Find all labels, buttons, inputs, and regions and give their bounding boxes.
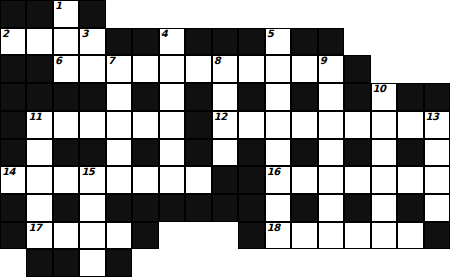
cell-r4c12[interactable]: [318, 111, 344, 139]
black-cell-r8c16: [424, 222, 450, 250]
cell-r6c2[interactable]: [53, 166, 79, 194]
clue-number-15: 15: [81, 166, 94, 178]
outside-area-r1c13: [344, 28, 370, 56]
black-cell-r1c5: [132, 28, 158, 56]
cell-r8c11[interactable]: [291, 222, 317, 250]
black-cell-r1c4: [106, 28, 132, 56]
cell-r8c14[interactable]: [371, 222, 397, 250]
cell-r8c4[interactable]: [106, 222, 132, 250]
cell-r1c10[interactable]: 5: [265, 28, 291, 56]
outside-area-r0c11: [291, 0, 317, 28]
outside-area-r0c5: [132, 0, 158, 28]
cell-r8c3[interactable]: [79, 222, 105, 250]
black-cell-r4c7: [185, 111, 211, 139]
cell-r1c3[interactable]: 3: [79, 28, 105, 56]
black-cell-r8c5: [132, 222, 158, 250]
black-cell-r5c11: [291, 139, 317, 167]
cell-r5c8[interactable]: [212, 139, 238, 167]
cell-r7c1[interactable]: [26, 194, 52, 222]
black-cell-r5c7: [185, 139, 211, 167]
outside-area-r9c5: [132, 249, 158, 277]
cell-r5c16[interactable]: [424, 139, 450, 167]
black-cell-r3c3: [79, 83, 105, 111]
outside-area-r9c7: [185, 249, 211, 277]
cell-r5c10[interactable]: [265, 139, 291, 167]
cell-r0c2[interactable]: 1: [53, 0, 79, 28]
cell-r6c10[interactable]: 16: [265, 166, 291, 194]
cell-r2c12[interactable]: 9: [318, 55, 344, 83]
cell-r3c14[interactable]: 10: [371, 83, 397, 111]
cell-r3c4[interactable]: [106, 83, 132, 111]
outside-area-r0c10: [265, 0, 291, 28]
clue-number-4: 4: [161, 28, 167, 40]
cell-r2c2[interactable]: 6: [53, 55, 79, 83]
clue-number-17: 17: [28, 222, 41, 234]
clue-number-6: 6: [55, 55, 61, 67]
cell-r9c3[interactable]: [79, 249, 105, 277]
cell-r4c13[interactable]: [344, 111, 370, 139]
cell-r5c6[interactable]: [159, 139, 185, 167]
black-cell-r5c9: [238, 139, 264, 167]
black-cell-r9c2: [53, 249, 79, 277]
outside-area-r0c14: [371, 0, 397, 28]
black-cell-r3c9: [238, 83, 264, 111]
black-cell-r5c5: [132, 139, 158, 167]
black-cell-r8c9: [238, 222, 264, 250]
cell-r5c4[interactable]: [106, 139, 132, 167]
cell-r8c15[interactable]: [397, 222, 423, 250]
black-cell-r3c16: [424, 83, 450, 111]
black-cell-r4c0: [0, 111, 26, 139]
black-cell-r2c1: [26, 55, 52, 83]
outside-area-r0c4: [106, 0, 132, 28]
black-cell-r5c13: [344, 139, 370, 167]
cell-r4c15[interactable]: [397, 111, 423, 139]
black-cell-r1c11: [291, 28, 317, 56]
cell-r4c10[interactable]: [265, 111, 291, 139]
cell-r2c3[interactable]: [79, 55, 105, 83]
black-cell-r7c11: [291, 194, 317, 222]
black-cell-r2c13: [344, 55, 370, 83]
outside-area-r0c6: [159, 0, 185, 28]
outside-area-r0c7: [185, 0, 211, 28]
cell-r1c6[interactable]: 4: [159, 28, 185, 56]
outside-area-r2c15: [397, 55, 423, 83]
clue-number-18: 18: [267, 222, 280, 234]
black-cell-r9c4: [106, 249, 132, 277]
cell-r2c8[interactable]: 8: [212, 55, 238, 83]
outside-area-r2c14: [371, 55, 397, 83]
cell-r3c6[interactable]: [159, 83, 185, 111]
black-cell-r7c5: [132, 194, 158, 222]
crossword-board: 123456789101112131415161718: [0, 0, 450, 277]
cell-r7c10[interactable]: [265, 194, 291, 222]
black-cell-r6c8: [212, 166, 238, 194]
cell-r7c12[interactable]: [318, 194, 344, 222]
black-cell-r9c1: [26, 249, 52, 277]
outside-area-r9c11: [291, 249, 317, 277]
outside-area-r8c7: [185, 222, 211, 250]
cell-r7c16[interactable]: [424, 194, 450, 222]
cell-r2c5[interactable]: [132, 55, 158, 83]
outside-area-r1c14: [371, 28, 397, 56]
outside-area-r9c9: [238, 249, 264, 277]
outside-area-r9c15: [397, 249, 423, 277]
black-cell-r0c0: [0, 0, 26, 28]
cell-r8c2[interactable]: [53, 222, 79, 250]
clue-number-2: 2: [2, 28, 8, 40]
cell-r6c7[interactable]: [185, 166, 211, 194]
cell-r6c13[interactable]: [344, 166, 370, 194]
black-cell-r7c8: [212, 194, 238, 222]
cell-r4c1[interactable]: 11: [26, 111, 52, 139]
cell-r6c3[interactable]: 15: [79, 166, 105, 194]
outside-area-r9c0: [0, 249, 26, 277]
cell-r3c10[interactable]: [265, 83, 291, 111]
cell-r1c1[interactable]: [26, 28, 52, 56]
black-cell-r0c1: [26, 0, 52, 28]
outside-area-r9c8: [212, 249, 238, 277]
cell-r8c13[interactable]: [344, 222, 370, 250]
cell-r6c15[interactable]: [397, 166, 423, 194]
outside-area-r0c13: [344, 0, 370, 28]
clue-number-14: 14: [2, 166, 15, 178]
cell-r8c10[interactable]: 18: [265, 222, 291, 250]
black-cell-r7c0: [0, 194, 26, 222]
black-cell-r1c12: [318, 28, 344, 56]
black-cell-r7c2: [53, 194, 79, 222]
black-cell-r5c3: [79, 139, 105, 167]
cell-r1c2[interactable]: [53, 28, 79, 56]
cell-r4c16[interactable]: 13: [424, 111, 450, 139]
clue-number-3: 3: [81, 28, 87, 40]
cell-r6c5[interactable]: [132, 166, 158, 194]
cell-r5c1[interactable]: [26, 139, 52, 167]
black-cell-r7c9: [238, 194, 264, 222]
cell-r6c1[interactable]: [26, 166, 52, 194]
black-cell-r0c3: [79, 0, 105, 28]
cell-r2c10[interactable]: [265, 55, 291, 83]
clue-number-16: 16: [267, 166, 280, 178]
cell-r8c1[interactable]: 17: [26, 222, 52, 250]
cell-r2c9[interactable]: [238, 55, 264, 83]
black-cell-r5c2: [53, 139, 79, 167]
outside-area-r0c15: [397, 0, 423, 28]
cell-r7c3[interactable]: [79, 194, 105, 222]
outside-area-r9c14: [371, 249, 397, 277]
black-cell-r7c6: [159, 194, 185, 222]
cell-r5c12[interactable]: [318, 139, 344, 167]
black-cell-r7c4: [106, 194, 132, 222]
clue-number-10: 10: [373, 83, 386, 95]
black-cell-r1c9: [238, 28, 264, 56]
cell-r2c11[interactable]: [291, 55, 317, 83]
cell-r1c0[interactable]: 2: [0, 28, 26, 56]
cell-r8c12[interactable]: [318, 222, 344, 250]
outside-area-r9c12: [318, 249, 344, 277]
outside-area-r0c16: [424, 0, 450, 28]
cell-r6c11[interactable]: [291, 166, 317, 194]
cell-r4c2[interactable]: [53, 111, 79, 139]
black-cell-r3c5: [132, 83, 158, 111]
clue-number-11: 11: [28, 111, 41, 123]
cell-r3c12[interactable]: [318, 83, 344, 111]
black-cell-r7c13: [344, 194, 370, 222]
cell-r4c11[interactable]: [291, 111, 317, 139]
outside-area-r8c6: [159, 222, 185, 250]
cell-r4c6[interactable]: [159, 111, 185, 139]
clue-number-12: 12: [214, 111, 227, 123]
outside-area-r1c15: [397, 28, 423, 56]
clue-number-7: 7: [108, 55, 114, 67]
cell-r2c7[interactable]: [185, 55, 211, 83]
black-cell-r7c7: [185, 194, 211, 222]
black-cell-r3c2: [53, 83, 79, 111]
black-cell-r3c11: [291, 83, 317, 111]
black-cell-r5c0: [0, 139, 26, 167]
cell-r6c16[interactable]: [424, 166, 450, 194]
cell-r5c14[interactable]: [371, 139, 397, 167]
cell-r6c4[interactable]: [106, 166, 132, 194]
black-cell-r3c7: [185, 83, 211, 111]
cell-r4c9[interactable]: [238, 111, 264, 139]
outside-area-r8c8: [212, 222, 238, 250]
cell-r2c6[interactable]: [159, 55, 185, 83]
cell-r4c14[interactable]: [371, 111, 397, 139]
clue-number-8: 8: [214, 55, 220, 67]
cell-r6c0[interactable]: 14: [0, 166, 26, 194]
outside-area-r2c16: [424, 55, 450, 83]
cell-r6c6[interactable]: [159, 166, 185, 194]
cell-r4c3[interactable]: [79, 111, 105, 139]
black-cell-r3c0: [0, 83, 26, 111]
black-cell-r6c9: [238, 166, 264, 194]
black-cell-r7c15: [397, 194, 423, 222]
cell-r7c14[interactable]: [371, 194, 397, 222]
black-cell-r3c1: [26, 83, 52, 111]
cell-r4c5[interactable]: [132, 111, 158, 139]
crossword-page: 123456789101112131415161718: [0, 0, 450, 277]
outside-area-r9c10: [265, 249, 291, 277]
clue-number-9: 9: [320, 55, 326, 67]
clue-number-1: 1: [55, 0, 61, 12]
cell-r4c8[interactable]: 12: [212, 111, 238, 139]
outside-area-r9c13: [344, 249, 370, 277]
cell-r6c14[interactable]: [371, 166, 397, 194]
outside-area-r0c8: [212, 0, 238, 28]
black-cell-r3c13: [344, 83, 370, 111]
black-cell-r3c15: [397, 83, 423, 111]
black-cell-r1c8: [212, 28, 238, 56]
cell-r4c4[interactable]: [106, 111, 132, 139]
black-cell-r2c0: [0, 55, 26, 83]
outside-area-r9c16: [424, 249, 450, 277]
outside-area-r0c12: [318, 0, 344, 28]
cell-r2c4[interactable]: 7: [106, 55, 132, 83]
clue-number-5: 5: [267, 28, 273, 40]
outside-area-r1c16: [424, 28, 450, 56]
black-cell-r5c15: [397, 139, 423, 167]
outside-area-r0c9: [238, 0, 264, 28]
clue-number-13: 13: [426, 111, 439, 123]
cell-r3c8[interactable]: [212, 83, 238, 111]
black-cell-r1c7: [185, 28, 211, 56]
outside-area-r9c6: [159, 249, 185, 277]
cell-r6c12[interactable]: [318, 166, 344, 194]
black-cell-r8c0: [0, 222, 26, 250]
